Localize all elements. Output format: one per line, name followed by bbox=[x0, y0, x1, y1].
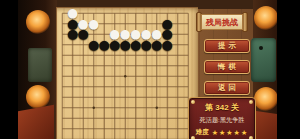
undo-button-label: 悔棋 bbox=[215, 62, 239, 72]
black-stone: ● bbox=[141, 39, 152, 50]
board-point-4-11[interactable] bbox=[99, 124, 110, 135]
board-point-5-4[interactable] bbox=[110, 50, 121, 61]
board-point-2-11[interactable] bbox=[78, 124, 89, 135]
plant-decoration bbox=[28, 48, 52, 82]
board-point-8-5[interactable] bbox=[141, 61, 152, 72]
board-point-2-12[interactable] bbox=[78, 134, 89, 139]
board-point-0-0[interactable] bbox=[57, 8, 68, 19]
black-stone: ● bbox=[120, 39, 131, 50]
board-point-6-8[interactable] bbox=[120, 92, 131, 103]
stud-icon bbox=[191, 136, 195, 139]
board-point-10-10[interactable] bbox=[162, 113, 173, 124]
board-point-6-6[interactable] bbox=[120, 71, 131, 82]
board-point-10-9[interactable] bbox=[162, 103, 173, 114]
board-point-10-7[interactable] bbox=[162, 82, 173, 93]
black-stone: ● bbox=[162, 39, 173, 50]
board-point-7-3[interactable]: ● bbox=[131, 40, 142, 51]
board-point-11-12[interactable] bbox=[173, 134, 184, 139]
board-point-0-5[interactable] bbox=[57, 61, 68, 72]
board-point-7-11[interactable] bbox=[131, 124, 142, 135]
board-point-5-11[interactable] bbox=[110, 124, 121, 135]
board-point-10-3[interactable]: ● bbox=[162, 40, 173, 51]
stud-icon bbox=[249, 100, 253, 104]
board-point-4-9[interactable] bbox=[99, 103, 110, 114]
board-point-1-12[interactable] bbox=[68, 134, 79, 139]
lantern-icon bbox=[254, 6, 278, 30]
board-point-12-5[interactable] bbox=[183, 61, 194, 72]
board-point-5-0[interactable] bbox=[110, 8, 121, 19]
board-point-4-0[interactable] bbox=[99, 8, 110, 19]
board-point-10-4[interactable] bbox=[162, 50, 173, 61]
board-point-10-5[interactable] bbox=[162, 61, 173, 72]
board-point-6-3[interactable]: ● bbox=[120, 40, 131, 51]
board-point-9-9[interactable] bbox=[152, 103, 163, 114]
board-point-11-3[interactable] bbox=[173, 40, 184, 51]
board-point-4-10[interactable] bbox=[99, 113, 110, 124]
board-point-1-7[interactable] bbox=[68, 82, 79, 93]
right-letterbox bbox=[277, 0, 300, 139]
board-point-8-6[interactable] bbox=[141, 71, 152, 82]
board-point-2-8[interactable] bbox=[78, 92, 89, 103]
board-point-0-1[interactable] bbox=[57, 19, 68, 30]
difficulty-stars: ★★★★★ bbox=[212, 129, 248, 137]
stud-icon bbox=[249, 136, 253, 139]
board-point-3-1[interactable]: ● bbox=[89, 19, 100, 30]
board-point-0-11[interactable] bbox=[57, 124, 68, 135]
board-point-7-8[interactable] bbox=[131, 92, 142, 103]
board-point-3-8[interactable] bbox=[89, 92, 100, 103]
board-point-0-6[interactable] bbox=[57, 71, 68, 82]
board-point-1-5[interactable] bbox=[68, 61, 79, 72]
board-point-6-5[interactable] bbox=[120, 61, 131, 72]
stud-icon bbox=[191, 100, 195, 104]
hint-button-label: 提示 bbox=[215, 41, 239, 51]
board-point-0-10[interactable] bbox=[57, 113, 68, 124]
hint-button[interactable]: 提示 bbox=[204, 39, 250, 53]
black-stone: ● bbox=[130, 39, 141, 50]
level-number: 第 342 关 bbox=[189, 102, 255, 113]
board-point-1-9[interactable] bbox=[68, 103, 79, 114]
board-point-9-8[interactable] bbox=[152, 92, 163, 103]
board-point-2-7[interactable] bbox=[78, 82, 89, 93]
board-point-11-1[interactable] bbox=[173, 19, 184, 30]
board-point-4-12[interactable] bbox=[99, 134, 110, 139]
board-point-4-7[interactable] bbox=[99, 82, 110, 93]
lantern-icon bbox=[26, 10, 50, 34]
board-point-11-4[interactable] bbox=[173, 50, 184, 61]
board-point-11-2[interactable] bbox=[173, 29, 184, 40]
undo-button[interactable]: 悔棋 bbox=[204, 60, 250, 74]
board-point-3-10[interactable] bbox=[89, 113, 100, 124]
board-point-1-8[interactable] bbox=[68, 92, 79, 103]
board-point-6-10[interactable] bbox=[120, 113, 131, 124]
back-button-label: 返回 bbox=[215, 83, 239, 93]
board-point-3-5[interactable] bbox=[89, 61, 100, 72]
board-point-9-10[interactable] bbox=[152, 113, 163, 124]
left-letterbox bbox=[0, 0, 18, 139]
board-point-3-7[interactable] bbox=[89, 82, 100, 93]
board-point-6-11[interactable] bbox=[120, 124, 131, 135]
board-point-2-10[interactable] bbox=[78, 113, 89, 124]
board-point-5-5[interactable] bbox=[110, 61, 121, 72]
black-stone: ● bbox=[88, 39, 99, 50]
board-point-12-0[interactable] bbox=[183, 8, 194, 19]
board-point-2-9[interactable] bbox=[78, 103, 89, 114]
board-point-10-6[interactable] bbox=[162, 71, 173, 82]
board-point-6-0[interactable] bbox=[120, 8, 131, 19]
black-stone: ● bbox=[99, 39, 110, 50]
difficulty-label: 难度 bbox=[196, 128, 209, 137]
board-point-11-7[interactable] bbox=[173, 82, 184, 93]
board-point-0-4[interactable] bbox=[57, 50, 68, 61]
board-point-6-12[interactable] bbox=[120, 134, 131, 139]
lantern-icon bbox=[254, 87, 278, 111]
board-point-4-6[interactable] bbox=[99, 71, 110, 82]
black-stone: ● bbox=[67, 29, 78, 40]
red-wood-decoration bbox=[18, 105, 54, 139]
board-point-8-0[interactable] bbox=[141, 8, 152, 19]
board-point-7-12[interactable] bbox=[131, 134, 142, 139]
board-point-11-5[interactable] bbox=[173, 61, 184, 72]
board-point-7-10[interactable] bbox=[131, 113, 142, 124]
board-point-5-6[interactable] bbox=[110, 71, 121, 82]
board-point-9-3[interactable]: ● bbox=[152, 40, 163, 51]
board-point-6-4[interactable] bbox=[120, 50, 131, 61]
board-point-4-5[interactable] bbox=[99, 61, 110, 72]
board-point-5-10[interactable] bbox=[110, 113, 121, 124]
white-stone: ● bbox=[88, 18, 99, 29]
board-point-3-9[interactable] bbox=[89, 103, 100, 114]
board-point-11-9[interactable] bbox=[173, 103, 184, 114]
board-point-0-8[interactable] bbox=[57, 92, 68, 103]
board-point-3-6[interactable] bbox=[89, 71, 100, 82]
board-point-2-2[interactable]: ● bbox=[78, 29, 89, 40]
black-stone: ● bbox=[78, 29, 89, 40]
board-point-4-4[interactable] bbox=[99, 50, 110, 61]
board-point-2-5[interactable] bbox=[78, 61, 89, 72]
board-point-2-4[interactable] bbox=[78, 50, 89, 61]
board-point-3-12[interactable] bbox=[89, 134, 100, 139]
board-point-9-4[interactable] bbox=[152, 50, 163, 61]
board-point-3-4[interactable] bbox=[89, 50, 100, 61]
board-point-6-7[interactable] bbox=[120, 82, 131, 93]
board-point-5-7[interactable] bbox=[110, 82, 121, 93]
board-point-11-8[interactable] bbox=[173, 92, 184, 103]
challenge-banner: 残局挑战 bbox=[196, 12, 248, 32]
black-stone: ● bbox=[151, 39, 162, 50]
board-point-1-10[interactable] bbox=[68, 113, 79, 124]
level-plaque: 第 342 关 死活题:黑先争胜 难度 ★★★★★ bbox=[188, 97, 256, 139]
board-point-9-11[interactable] bbox=[152, 124, 163, 135]
board-point-0-12[interactable] bbox=[57, 134, 68, 139]
board-point-12-1[interactable] bbox=[183, 19, 194, 30]
board-intersections: ●●●●●●●●●●●●●●●●●●●●● bbox=[57, 8, 194, 139]
board-point-8-9[interactable] bbox=[141, 103, 152, 114]
board-point-1-2[interactable]: ● bbox=[68, 29, 79, 40]
board-point-5-3[interactable]: ● bbox=[110, 40, 121, 51]
board-point-8-10[interactable] bbox=[141, 113, 152, 124]
board-point-7-4[interactable] bbox=[131, 50, 142, 61]
board-point-8-4[interactable] bbox=[141, 50, 152, 61]
board-point-3-3[interactable]: ● bbox=[89, 40, 100, 51]
board-point-7-5[interactable] bbox=[131, 61, 142, 72]
board-point-7-0[interactable] bbox=[131, 8, 142, 19]
board-point-10-8[interactable] bbox=[162, 92, 173, 103]
banner-title: 残局挑战 bbox=[206, 17, 238, 28]
board-point-4-8[interactable] bbox=[99, 92, 110, 103]
board-point-7-9[interactable] bbox=[131, 103, 142, 114]
board-point-9-0[interactable] bbox=[152, 8, 163, 19]
board-point-9-7[interactable] bbox=[152, 82, 163, 93]
board-point-0-9[interactable] bbox=[57, 103, 68, 114]
board-point-11-10[interactable] bbox=[173, 113, 184, 124]
board-point-1-3[interactable] bbox=[68, 40, 79, 51]
board-point-4-1[interactable] bbox=[99, 19, 110, 30]
board-point-0-7[interactable] bbox=[57, 82, 68, 93]
board-point-1-11[interactable] bbox=[68, 124, 79, 135]
board-point-8-12[interactable] bbox=[141, 134, 152, 139]
dragon-decoration bbox=[251, 38, 276, 82]
board-point-12-6[interactable] bbox=[183, 71, 194, 82]
puzzle-description: 死活题:黑先争胜 bbox=[191, 116, 254, 125]
board-point-8-8[interactable] bbox=[141, 92, 152, 103]
black-stone: ● bbox=[109, 39, 120, 50]
board-point-5-9[interactable] bbox=[110, 103, 121, 114]
board-point-11-11[interactable] bbox=[173, 124, 184, 135]
board-point-2-3[interactable] bbox=[78, 40, 89, 51]
board-point-9-12[interactable] bbox=[152, 134, 163, 139]
game-screen: ●●●●●●●●●●●●●●●●●●●●● 残局挑战 提示 悔棋 返回 第 34… bbox=[0, 0, 300, 139]
board-point-5-8[interactable] bbox=[110, 92, 121, 103]
board-point-8-11[interactable] bbox=[141, 124, 152, 135]
board-point-11-0[interactable] bbox=[173, 8, 184, 19]
board-point-9-6[interactable] bbox=[152, 71, 163, 82]
back-button[interactable]: 返回 bbox=[204, 81, 250, 95]
board-point-1-4[interactable] bbox=[68, 50, 79, 61]
board-point-12-4[interactable] bbox=[183, 50, 194, 61]
board-point-11-6[interactable] bbox=[173, 71, 184, 82]
board-point-8-3[interactable]: ● bbox=[141, 40, 152, 51]
board-point-1-6[interactable] bbox=[68, 71, 79, 82]
board-point-12-3[interactable] bbox=[183, 40, 194, 51]
board-point-5-12[interactable] bbox=[110, 134, 121, 139]
board-point-0-2[interactable] bbox=[57, 29, 68, 40]
board-point-3-11[interactable] bbox=[89, 124, 100, 135]
board-point-8-7[interactable] bbox=[141, 82, 152, 93]
board-point-12-7[interactable] bbox=[183, 82, 194, 93]
board-point-0-3[interactable] bbox=[57, 40, 68, 51]
board-point-7-7[interactable] bbox=[131, 82, 142, 93]
board-point-12-2[interactable] bbox=[183, 29, 194, 40]
board-point-7-6[interactable] bbox=[131, 71, 142, 82]
board-point-2-6[interactable] bbox=[78, 71, 89, 82]
board-point-10-12[interactable] bbox=[162, 134, 173, 139]
board-point-10-11[interactable] bbox=[162, 124, 173, 135]
board-point-4-3[interactable]: ● bbox=[99, 40, 110, 51]
board-point-9-5[interactable] bbox=[152, 61, 163, 72]
board-point-6-9[interactable] bbox=[120, 103, 131, 114]
